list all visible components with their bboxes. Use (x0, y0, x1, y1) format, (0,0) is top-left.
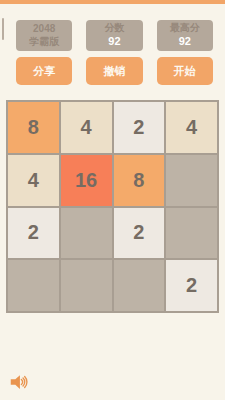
tile-4: 4 (61, 102, 112, 153)
undo-button[interactable]: 撤销 (86, 57, 142, 85)
tile-4: 4 (8, 155, 59, 206)
tile-2: 2 (8, 208, 59, 259)
best-score-label: 最高分 (170, 22, 200, 35)
tile-2: 2 (114, 102, 165, 153)
speaker-icon (8, 381, 30, 396)
empty-cell (166, 155, 217, 206)
board-grid[interactable]: 84244168222 (6, 100, 219, 313)
score-label: 分数 (104, 22, 124, 35)
share-button[interactable]: 分享 (16, 57, 72, 85)
score-value: 92 (108, 35, 120, 49)
tile-16: 16 (61, 155, 112, 206)
start-button[interactable]: 开始 (157, 57, 213, 85)
empty-cell (166, 208, 217, 259)
sound-toggle-button[interactable] (8, 371, 30, 393)
empty-cell (61, 208, 112, 259)
empty-cell (8, 260, 59, 311)
empty-cell (61, 260, 112, 311)
best-score-value: 92 (179, 35, 191, 49)
toolbar: 分享 撤销 开始 (16, 57, 213, 85)
scrollbar-thumb[interactable] (2, 18, 4, 40)
tile-2: 2 (166, 260, 217, 311)
app-edition: 学霸版 (29, 36, 59, 49)
empty-cell (114, 260, 165, 311)
tile-2: 2 (114, 208, 165, 259)
best-score-box: 最高分 92 (157, 20, 213, 51)
title-box: 2048 学霸版 (16, 20, 72, 51)
tile-4: 4 (166, 102, 217, 153)
tile-8: 8 (114, 155, 165, 206)
score-box: 分数 92 (86, 20, 142, 51)
tile-8: 8 (8, 102, 59, 153)
app-title: 2048 (33, 23, 55, 36)
top-accent-bar (0, 0, 225, 4)
header-stats: 2048 学霸版 分数 92 最高分 92 (16, 20, 213, 51)
